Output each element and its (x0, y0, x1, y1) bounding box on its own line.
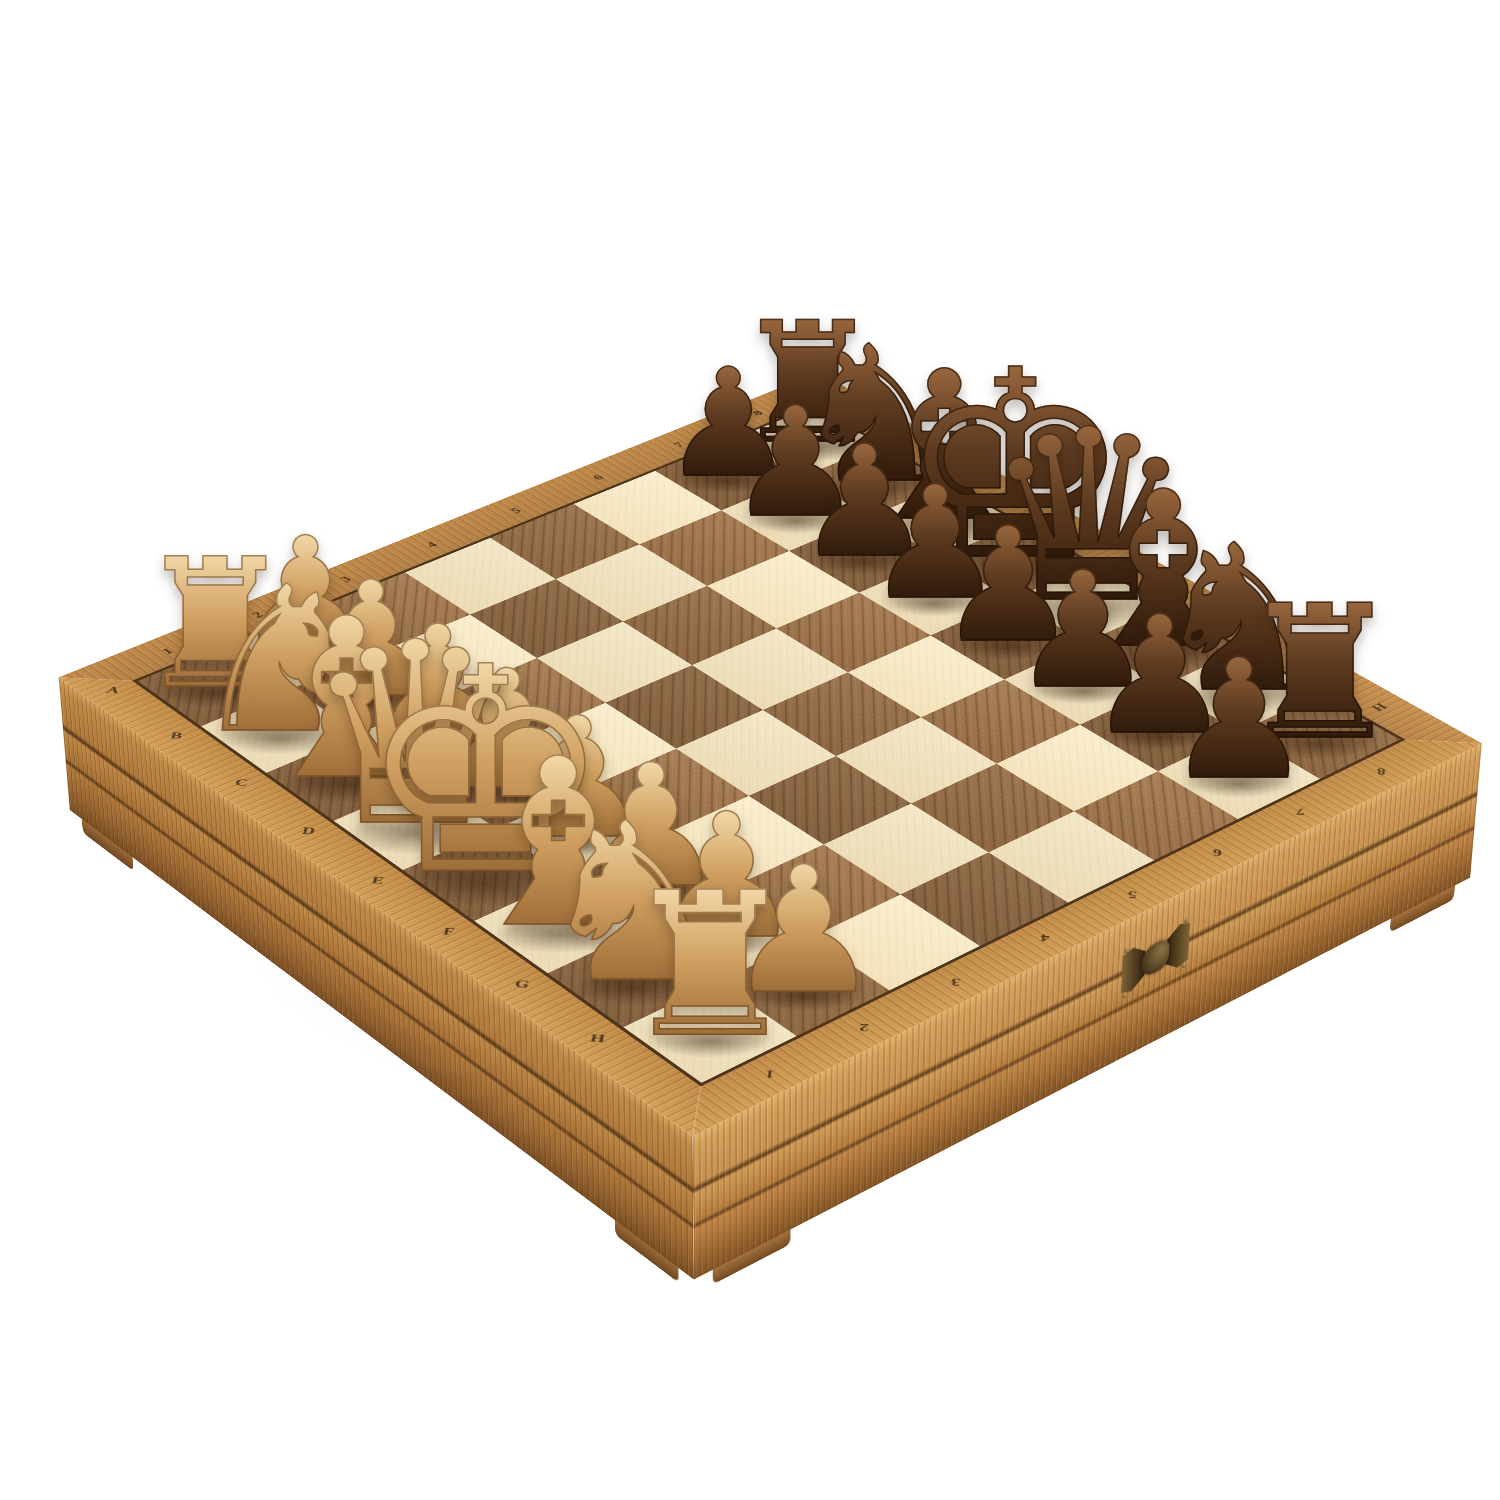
clasp-screw (1182, 961, 1187, 968)
piece-white-rook-h1[interactable]: ♜ (621, 884, 800, 1047)
clasp-screw (1184, 916, 1189, 924)
piece-black-pawn-h7[interactable]: ♟ (1165, 653, 1313, 789)
square-f5[interactable] (836, 717, 997, 803)
bronze-clasp (1121, 914, 1191, 1002)
clasp-boss (1141, 936, 1170, 979)
clasp-screw (1122, 992, 1127, 1000)
rank-label-5-near: 5 (1127, 888, 1137, 900)
file-label-h-near: H (590, 1032, 607, 1046)
rank-label-4-near: 4 (1040, 931, 1050, 944)
chess-set-photo: ABCDEFGH ABCDEFGH 87654321 87654321 ♜♞♝♚… (0, 0, 1500, 1500)
square-g5[interactable] (911, 764, 1074, 853)
rank-label-3-near: 3 (950, 975, 960, 988)
rank-label-6-near: 6 (1212, 846, 1221, 858)
